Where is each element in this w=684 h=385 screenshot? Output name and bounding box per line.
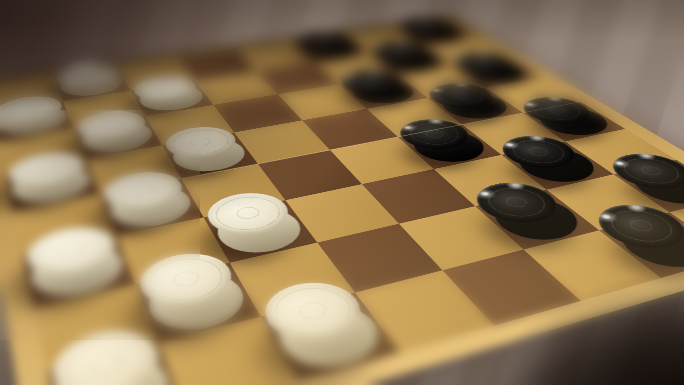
black-man-glyph: ⛂ [488, 188, 545, 216]
black-man-glyph: ⛂ [407, 20, 442, 32]
black-man-glyph: ⛂ [463, 56, 504, 71]
white-man-glyph: ⛀ [282, 290, 344, 331]
white-man-glyph: ⛀ [47, 234, 96, 268]
white-man-glyph: ⛀ [147, 80, 184, 97]
white-man-glyph: ⛀ [121, 177, 167, 204]
black-man-glyph: ⛂ [610, 211, 673, 242]
black-man-glyph: ⛂ [351, 74, 391, 90]
black-man-glyph: ⛂ [439, 87, 483, 105]
white-man-glyph: ⛀ [26, 158, 68, 183]
white-man-glyph: ⛀ [11, 100, 47, 119]
black-man-glyph: ⛂ [623, 159, 679, 184]
black-man-glyph: ⛂ [381, 45, 419, 59]
white-man-glyph: ⛀ [159, 261, 214, 298]
photo-frame: ⛀⛂⛂⛀⛀⛂⛀⛂⛂⛀⛀⛂⛀⛂⛂⛀⛀⛂⛀⛂⛂⛀⛀⛂ [0, 0, 684, 385]
white-man-glyph: ⛀ [92, 115, 131, 135]
black-man-glyph: ⛂ [304, 34, 339, 47]
white-man-glyph: ⛀ [76, 340, 136, 385]
white-man-glyph: ⛀ [180, 131, 223, 153]
black-man-glyph: ⛂ [533, 101, 580, 120]
white-man-glyph: ⛀ [70, 67, 104, 83]
white-man-glyph: ⛀ [223, 199, 274, 228]
black-man-glyph: ⛂ [411, 123, 458, 144]
black-man-glyph: ⛂ [513, 140, 565, 163]
